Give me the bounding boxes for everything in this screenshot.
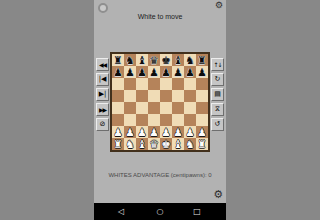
square-h1[interactable]: ♜: [196, 138, 208, 150]
square-d3[interactable]: [148, 114, 160, 126]
square-g1[interactable]: ♞: [184, 138, 196, 150]
black-piece-n: ♞: [185, 54, 194, 66]
square-a5[interactable]: [112, 90, 124, 102]
save-button[interactable]: ▤: [211, 88, 224, 101]
square-g8[interactable]: ♞: [184, 54, 196, 66]
white-piece-p: ♟: [185, 126, 194, 138]
square-h5[interactable]: [196, 90, 208, 102]
square-c2[interactable]: ♟: [136, 126, 148, 138]
square-a2[interactable]: ♟: [112, 126, 124, 138]
black-piece-p: ♟: [173, 66, 182, 78]
black-piece-p: ♟: [137, 66, 146, 78]
square-c8[interactable]: ♝: [136, 54, 148, 66]
black-piece-p: ♟: [161, 66, 170, 78]
square-g6[interactable]: [184, 78, 196, 90]
white-piece-k: ♚: [161, 138, 170, 150]
square-b3[interactable]: [124, 114, 136, 126]
history-button[interactable]: ↺: [211, 118, 224, 131]
previous-move-button[interactable]: |◀: [96, 73, 109, 86]
square-b6[interactable]: [124, 78, 136, 90]
square-c4[interactable]: [136, 102, 148, 114]
flip-board-button[interactable]: ↑↓: [211, 58, 224, 71]
square-e7[interactable]: ♟: [160, 66, 172, 78]
white-piece-p: ♟: [149, 126, 158, 138]
square-e8[interactable]: ♚: [160, 54, 172, 66]
square-g7[interactable]: ♟: [184, 66, 196, 78]
square-a6[interactable]: [112, 78, 124, 90]
square-c7[interactable]: ♟: [136, 66, 148, 78]
white-piece-r: ♜: [113, 138, 122, 150]
go-to-end-button[interactable]: ▶▶: [96, 103, 109, 116]
black-piece-p: ♟: [197, 66, 206, 78]
square-c3[interactable]: [136, 114, 148, 126]
white-piece-p: ♟: [137, 126, 146, 138]
square-h8[interactable]: ♜: [196, 54, 208, 66]
square-b4[interactable]: [124, 102, 136, 114]
clock-button[interactable]: ⧖: [211, 103, 224, 116]
android-nav-bar: ◁ ○ □: [94, 203, 226, 220]
square-a1[interactable]: ♜: [112, 138, 124, 150]
settings-gear-icon-bottom[interactable]: ⚙: [213, 189, 223, 200]
square-f4[interactable]: [172, 102, 184, 114]
square-d8[interactable]: ♛: [148, 54, 160, 66]
square-d5[interactable]: [148, 90, 160, 102]
square-d7[interactable]: ♟: [148, 66, 160, 78]
square-e6[interactable]: [160, 78, 172, 90]
square-f8[interactable]: ♝: [172, 54, 184, 66]
square-h3[interactable]: [196, 114, 208, 126]
white-piece-p: ♟: [161, 126, 170, 138]
square-f2[interactable]: ♟: [172, 126, 184, 138]
square-f1[interactable]: ♝: [172, 138, 184, 150]
square-c5[interactable]: [136, 90, 148, 102]
square-c6[interactable]: [136, 78, 148, 90]
square-g4[interactable]: [184, 102, 196, 114]
square-f7[interactable]: ♟: [172, 66, 184, 78]
square-d4[interactable]: [148, 102, 160, 114]
square-f6[interactable]: [172, 78, 184, 90]
square-g5[interactable]: [184, 90, 196, 102]
square-a4[interactable]: [112, 102, 124, 114]
square-b7[interactable]: ♟: [124, 66, 136, 78]
square-g2[interactable]: ♟: [184, 126, 196, 138]
square-h6[interactable]: [196, 78, 208, 90]
square-e1[interactable]: ♚: [160, 138, 172, 150]
square-h2[interactable]: ♟: [196, 126, 208, 138]
square-a7[interactable]: ♟: [112, 66, 124, 78]
square-b5[interactable]: [124, 90, 136, 102]
white-piece-p: ♟: [125, 126, 134, 138]
black-piece-b: ♝: [137, 54, 146, 66]
black-piece-q: ♛: [149, 54, 158, 66]
square-f3[interactable]: [172, 114, 184, 126]
white-piece-p: ♟: [113, 126, 122, 138]
undo-icon[interactable]: [98, 3, 108, 13]
square-d2[interactable]: ♟: [148, 126, 160, 138]
square-d6[interactable]: [148, 78, 160, 90]
square-a8[interactable]: ♜: [112, 54, 124, 66]
square-d1[interactable]: ♛: [148, 138, 160, 150]
black-piece-b: ♝: [173, 54, 182, 66]
stop-button[interactable]: ⊘: [96, 118, 109, 131]
square-b1[interactable]: ♞: [124, 138, 136, 150]
white-piece-b: ♝: [137, 138, 146, 150]
black-piece-k: ♚: [161, 54, 170, 66]
white-piece-q: ♛: [149, 138, 158, 150]
square-g3[interactable]: [184, 114, 196, 126]
go-to-start-button[interactable]: ◀◀: [96, 58, 109, 71]
square-h4[interactable]: [196, 102, 208, 114]
rotate-button[interactable]: ↻: [211, 73, 224, 86]
nav-home-icon[interactable]: ○: [153, 203, 167, 220]
nav-back-icon[interactable]: ◁: [114, 203, 128, 220]
white-piece-p: ♟: [197, 126, 206, 138]
white-piece-b: ♝: [173, 138, 182, 150]
white-piece-r: ♜: [197, 138, 206, 150]
advantage-text: WHITES ADVANTAGE (centipawns): 0: [94, 172, 226, 178]
square-e3[interactable]: [160, 114, 172, 126]
square-b2[interactable]: ♟: [124, 126, 136, 138]
chess-board: ♜♞♝♛♚♝♞♜♟♟♟♟♟♟♟♟♟♟♟♟♟♟♟♟♜♞♝♛♚♝♞♜: [110, 52, 210, 152]
square-c1[interactable]: ♝: [136, 138, 148, 150]
square-h7[interactable]: ♟: [196, 66, 208, 78]
black-piece-n: ♞: [125, 54, 134, 66]
nav-recents-icon[interactable]: □: [190, 203, 204, 220]
white-piece-n: ♞: [185, 138, 194, 150]
black-piece-p: ♟: [113, 66, 122, 78]
white-piece-n: ♞: [125, 138, 134, 150]
square-e5[interactable]: [160, 90, 172, 102]
square-b8[interactable]: ♞: [124, 54, 136, 66]
square-e2[interactable]: ♟: [160, 126, 172, 138]
black-piece-p: ♟: [149, 66, 158, 78]
white-piece-p: ♟: [173, 126, 182, 138]
settings-gear-icon-top[interactable]: ⚙: [215, 1, 223, 10]
next-move-button[interactable]: ▶|: [96, 88, 109, 101]
turn-status-text: White to move: [94, 13, 226, 20]
square-f5[interactable]: [172, 90, 184, 102]
app-screen: ⚙ White to move ♜♞♝♛♚♝♞♜♟♟♟♟♟♟♟♟♟♟♟♟♟♟♟♟…: [94, 0, 226, 220]
square-a3[interactable]: [112, 114, 124, 126]
black-piece-r: ♜: [113, 54, 122, 66]
black-piece-p: ♟: [185, 66, 194, 78]
black-piece-p: ♟: [125, 66, 134, 78]
square-e4[interactable]: [160, 102, 172, 114]
black-piece-r: ♜: [197, 54, 206, 66]
